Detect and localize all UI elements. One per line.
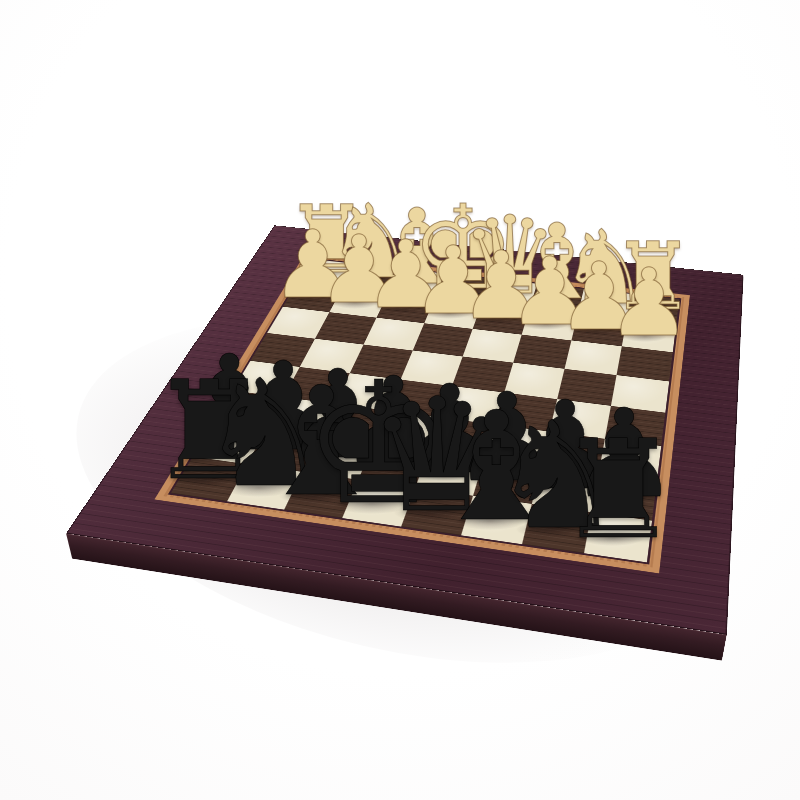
- board-edge-near-right: [722, 275, 744, 661]
- photo-scene: ♜♞♝♚♛♝♞♜♟♟♟♟♟♟♟♟♟♟♟♟♟♟♟♟♜♞♝♚♛♝♞♜: [0, 0, 800, 800]
- piece-black-rook-a8[interactable]: ♜: [557, 422, 679, 558]
- piece-white-pawn-a2[interactable]: ♟: [607, 256, 691, 350]
